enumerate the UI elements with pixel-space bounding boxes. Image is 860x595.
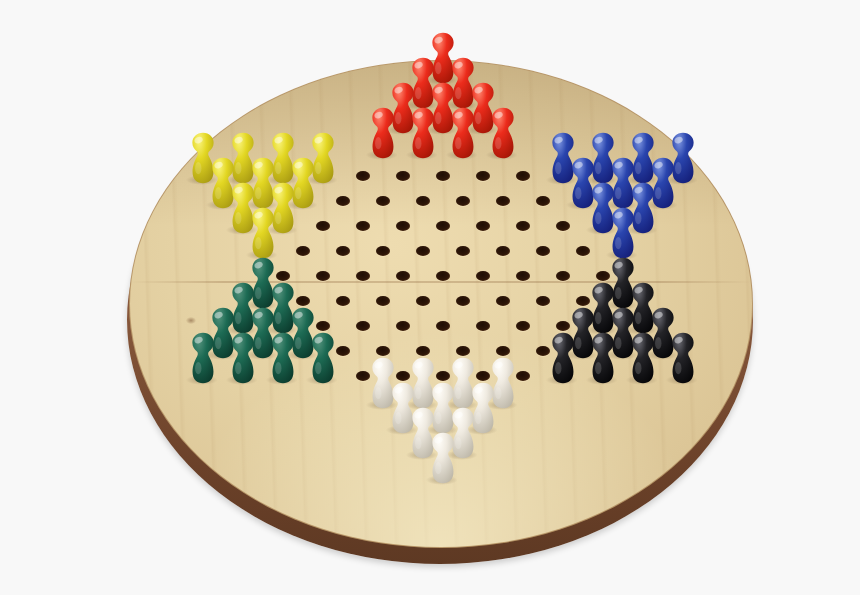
hole-r4-c3[interactable] bbox=[453, 138, 473, 163]
peg-white[interactable] bbox=[426, 431, 460, 485]
hole-r5-c9[interactable] bbox=[513, 163, 533, 188]
peg-red[interactable] bbox=[446, 106, 480, 160]
hole-r13-c3[interactable] bbox=[273, 363, 293, 388]
drilled-hole bbox=[496, 346, 510, 356]
drilled-hole bbox=[476, 221, 490, 231]
hole-r8-c6[interactable] bbox=[453, 238, 473, 263]
hole-r8-c4[interactable] bbox=[373, 238, 393, 263]
hole-r6-c9[interactable] bbox=[533, 188, 553, 213]
hole-r6-c7[interactable] bbox=[453, 188, 473, 213]
drilled-hole bbox=[536, 246, 550, 256]
peg-black[interactable] bbox=[546, 331, 580, 385]
hole-r13-c11[interactable] bbox=[593, 363, 613, 388]
hole-r11-c5[interactable] bbox=[393, 313, 413, 338]
drilled-hole bbox=[356, 171, 370, 181]
drilled-hole bbox=[436, 271, 450, 281]
hole-r8-c5[interactable] bbox=[413, 238, 433, 263]
drilled-hole bbox=[316, 271, 330, 281]
peg-green[interactable] bbox=[186, 331, 220, 385]
drilled-hole bbox=[396, 271, 410, 281]
hole-r5-c8[interactable] bbox=[473, 163, 493, 188]
drilled-hole bbox=[556, 221, 570, 231]
hole-r9-c2[interactable] bbox=[313, 263, 333, 288]
drilled-hole bbox=[496, 196, 510, 206]
peg-yellow[interactable] bbox=[246, 206, 280, 260]
peg-red[interactable] bbox=[406, 106, 440, 160]
hole-r4-c2[interactable] bbox=[413, 138, 433, 163]
drilled-hole bbox=[396, 221, 410, 231]
drilled-hole bbox=[356, 321, 370, 331]
peg-red[interactable] bbox=[366, 106, 400, 160]
drilled-hole bbox=[516, 171, 530, 181]
hole-r11-c8[interactable] bbox=[513, 313, 533, 338]
drilled-hole bbox=[356, 221, 370, 231]
drilled-hole bbox=[396, 321, 410, 331]
drilled-hole bbox=[436, 171, 450, 181]
hole-r7-c7[interactable] bbox=[473, 213, 493, 238]
hole-r8-c3[interactable] bbox=[333, 238, 353, 263]
drilled-hole bbox=[436, 221, 450, 231]
drilled-hole bbox=[576, 246, 590, 256]
hole-r5-c6[interactable] bbox=[393, 163, 413, 188]
hole-r7-c8[interactable] bbox=[513, 213, 533, 238]
hole-r6-c4[interactable] bbox=[333, 188, 353, 213]
hole-r5-c7[interactable] bbox=[433, 163, 453, 188]
photo-background bbox=[0, 0, 860, 595]
hole-r7-c4[interactable] bbox=[353, 213, 373, 238]
drilled-hole bbox=[376, 296, 390, 306]
hole-r9-c7[interactable] bbox=[513, 263, 533, 288]
drilled-hole bbox=[356, 271, 370, 281]
drilled-hole bbox=[336, 246, 350, 256]
peg-green[interactable] bbox=[226, 331, 260, 385]
drilled-hole bbox=[476, 271, 490, 281]
hole-r10-c5[interactable] bbox=[413, 288, 433, 313]
hole-r13-c4[interactable] bbox=[313, 363, 333, 388]
peg-green[interactable] bbox=[266, 331, 300, 385]
drilled-hole bbox=[516, 321, 530, 331]
drilled-hole bbox=[516, 221, 530, 231]
hole-r17-c1[interactable] bbox=[433, 463, 453, 488]
peg-red[interactable] bbox=[486, 106, 520, 160]
hole-r10-c6[interactable] bbox=[453, 288, 473, 313]
peg-black[interactable] bbox=[626, 331, 660, 385]
hole-r6-c5[interactable] bbox=[373, 188, 393, 213]
hole-r10-c7[interactable] bbox=[493, 288, 513, 313]
hole-r9-c3[interactable] bbox=[353, 263, 373, 288]
hole-r13-c2[interactable] bbox=[233, 363, 253, 388]
hole-r10-c8[interactable] bbox=[533, 288, 553, 313]
drilled-hole bbox=[316, 221, 330, 231]
drilled-hole bbox=[436, 321, 450, 331]
drilled-hole bbox=[456, 246, 470, 256]
hole-r8-c9[interactable] bbox=[573, 238, 593, 263]
hole-r13-c12[interactable] bbox=[633, 363, 653, 388]
peg-black[interactable] bbox=[586, 331, 620, 385]
drilled-hole bbox=[496, 246, 510, 256]
hole-r11-c6[interactable] bbox=[433, 313, 453, 338]
hole-r13-c10[interactable] bbox=[553, 363, 573, 388]
peg-green[interactable] bbox=[306, 331, 340, 385]
hole-r5-c5[interactable] bbox=[353, 163, 373, 188]
drilled-hole bbox=[516, 271, 530, 281]
hole-r13-c1[interactable] bbox=[193, 363, 213, 388]
hole-r8-c7[interactable] bbox=[493, 238, 513, 263]
drilled-hole bbox=[476, 321, 490, 331]
hole-r7-c3[interactable] bbox=[313, 213, 333, 238]
hole-r11-c4[interactable] bbox=[353, 313, 373, 338]
hole-r7-c5[interactable] bbox=[393, 213, 413, 238]
drilled-hole bbox=[296, 246, 310, 256]
hole-r10-c3[interactable] bbox=[333, 288, 353, 313]
drilled-hole bbox=[456, 346, 470, 356]
drilled-hole bbox=[376, 246, 390, 256]
drilled-hole bbox=[556, 271, 570, 281]
hole-r9-c4[interactable] bbox=[393, 263, 413, 288]
drilled-hole bbox=[456, 196, 470, 206]
hole-r13-c13[interactable] bbox=[673, 363, 693, 388]
drilled-hole bbox=[336, 296, 350, 306]
hole-r6-c8[interactable] bbox=[493, 188, 513, 213]
drilled-hole bbox=[396, 171, 410, 181]
drilled-hole bbox=[416, 196, 430, 206]
hole-r11-c7[interactable] bbox=[473, 313, 493, 338]
drilled-hole bbox=[336, 196, 350, 206]
hole-r10-c4[interactable] bbox=[373, 288, 393, 313]
drilled-hole bbox=[536, 196, 550, 206]
hole-r9-c8[interactable] bbox=[553, 263, 573, 288]
hole-r4-c1[interactable] bbox=[373, 138, 393, 163]
hole-r7-c6[interactable] bbox=[433, 213, 453, 238]
peg-black[interactable] bbox=[666, 331, 700, 385]
drilled-hole bbox=[496, 296, 510, 306]
drilled-hole bbox=[536, 296, 550, 306]
drilled-hole bbox=[416, 246, 430, 256]
hole-r6-c6[interactable] bbox=[413, 188, 433, 213]
drilled-hole bbox=[456, 296, 470, 306]
hole-r9-c6[interactable] bbox=[473, 263, 493, 288]
drilled-hole bbox=[476, 171, 490, 181]
drilled-hole bbox=[416, 296, 430, 306]
hole-r8-c8[interactable] bbox=[533, 238, 553, 263]
peg-grid bbox=[193, 63, 693, 488]
drilled-hole bbox=[376, 196, 390, 206]
drilled-hole bbox=[376, 346, 390, 356]
hole-r7-c9[interactable] bbox=[553, 213, 573, 238]
drilled-hole bbox=[416, 346, 430, 356]
hole-r4-c4[interactable] bbox=[493, 138, 513, 163]
hole-r8-c2[interactable] bbox=[293, 238, 313, 263]
hole-r9-c5[interactable] bbox=[433, 263, 453, 288]
peg-blue[interactable] bbox=[606, 206, 640, 260]
